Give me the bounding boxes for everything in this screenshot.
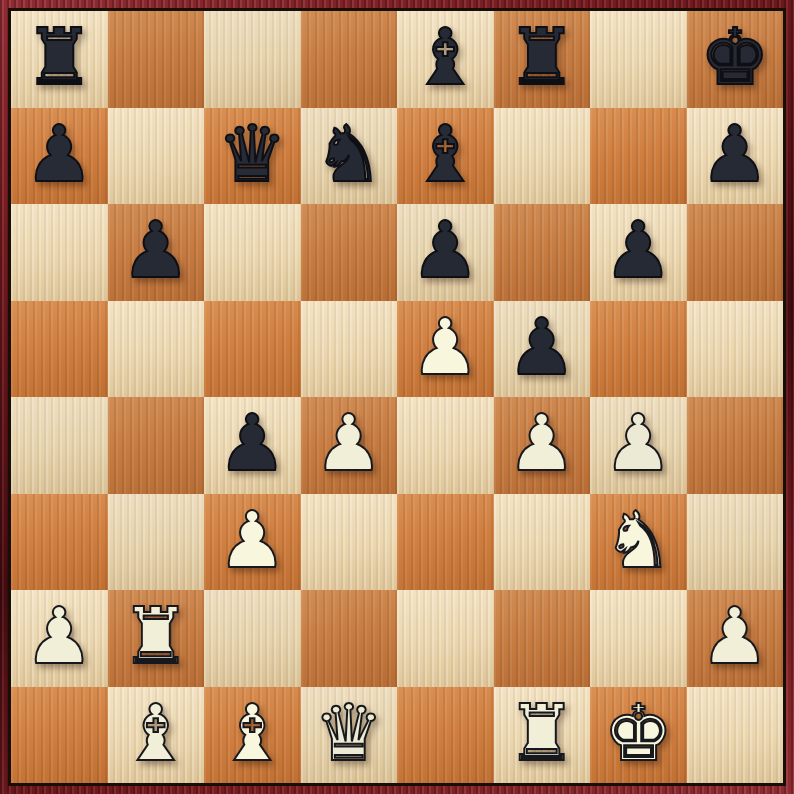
square-b4[interactable]: [108, 397, 205, 494]
black-pawn[interactable]: ♟: [494, 301, 591, 398]
white-pawn[interactable]: ♟: [11, 590, 108, 687]
black-king[interactable]: ♚: [687, 11, 784, 108]
square-d7[interactable]: ♞: [301, 108, 398, 205]
square-h7[interactable]: ♟: [687, 108, 784, 205]
black-pawn[interactable]: ♟: [687, 108, 784, 205]
square-g6[interactable]: ♟: [590, 204, 687, 301]
square-a2[interactable]: ♟: [11, 590, 108, 687]
square-h1[interactable]: [687, 687, 784, 784]
square-h6[interactable]: [687, 204, 784, 301]
square-e1[interactable]: [397, 687, 494, 784]
black-rook[interactable]: ♜: [494, 11, 591, 108]
square-b7[interactable]: [108, 108, 205, 205]
square-f6[interactable]: [494, 204, 591, 301]
white-pawn[interactable]: ♟: [590, 397, 687, 494]
square-c7[interactable]: ♛: [204, 108, 301, 205]
square-g4[interactable]: ♟: [590, 397, 687, 494]
square-e3[interactable]: [397, 494, 494, 591]
square-f1[interactable]: ♜: [494, 687, 591, 784]
square-c3[interactable]: ♟: [204, 494, 301, 591]
black-queen[interactable]: ♛: [204, 108, 301, 205]
white-king[interactable]: ♚: [590, 687, 687, 784]
square-b6[interactable]: ♟: [108, 204, 205, 301]
square-a8[interactable]: ♜: [11, 11, 108, 108]
square-a1[interactable]: [11, 687, 108, 784]
square-c2[interactable]: [204, 590, 301, 687]
square-c8[interactable]: [204, 11, 301, 108]
white-bishop[interactable]: ♝: [204, 687, 301, 784]
square-c5[interactable]: [204, 301, 301, 398]
square-g5[interactable]: [590, 301, 687, 398]
black-pawn[interactable]: ♟: [590, 204, 687, 301]
square-a5[interactable]: [11, 301, 108, 398]
black-pawn[interactable]: ♟: [11, 108, 108, 205]
square-b2[interactable]: ♜: [108, 590, 205, 687]
black-pawn[interactable]: ♟: [397, 204, 494, 301]
square-h5[interactable]: [687, 301, 784, 398]
square-f4[interactable]: ♟: [494, 397, 591, 494]
square-d8[interactable]: [301, 11, 398, 108]
square-h3[interactable]: [687, 494, 784, 591]
square-a4[interactable]: [11, 397, 108, 494]
black-knight[interactable]: ♞: [301, 108, 398, 205]
square-e4[interactable]: [397, 397, 494, 494]
square-d5[interactable]: [301, 301, 398, 398]
white-pawn[interactable]: ♟: [397, 301, 494, 398]
white-bishop[interactable]: ♝: [108, 687, 205, 784]
square-e8[interactable]: ♝: [397, 11, 494, 108]
square-g7[interactable]: [590, 108, 687, 205]
square-e2[interactable]: [397, 590, 494, 687]
square-b8[interactable]: [108, 11, 205, 108]
square-d1[interactable]: ♛: [301, 687, 398, 784]
square-g8[interactable]: [590, 11, 687, 108]
square-b5[interactable]: [108, 301, 205, 398]
white-pawn[interactable]: ♟: [301, 397, 398, 494]
square-c4[interactable]: ♟: [204, 397, 301, 494]
white-pawn[interactable]: ♟: [494, 397, 591, 494]
white-pawn[interactable]: ♟: [687, 590, 784, 687]
square-c6[interactable]: [204, 204, 301, 301]
square-b3[interactable]: [108, 494, 205, 591]
black-bishop[interactable]: ♝: [397, 108, 494, 205]
square-d2[interactable]: [301, 590, 398, 687]
white-rook[interactable]: ♜: [494, 687, 591, 784]
square-a6[interactable]: [11, 204, 108, 301]
square-f5[interactable]: ♟: [494, 301, 591, 398]
square-h4[interactable]: [687, 397, 784, 494]
square-g3[interactable]: ♞: [590, 494, 687, 591]
square-h8[interactable]: ♚: [687, 11, 784, 108]
black-bishop[interactable]: ♝: [397, 11, 494, 108]
square-g1[interactable]: ♚: [590, 687, 687, 784]
white-pawn[interactable]: ♟: [204, 494, 301, 591]
black-pawn[interactable]: ♟: [108, 204, 205, 301]
square-e6[interactable]: ♟: [397, 204, 494, 301]
square-b1[interactable]: ♝: [108, 687, 205, 784]
square-a3[interactable]: [11, 494, 108, 591]
white-queen[interactable]: ♛: [301, 687, 398, 784]
square-e7[interactable]: ♝: [397, 108, 494, 205]
square-c1[interactable]: ♝: [204, 687, 301, 784]
square-f7[interactable]: [494, 108, 591, 205]
square-f3[interactable]: [494, 494, 591, 591]
square-f8[interactable]: ♜: [494, 11, 591, 108]
square-d3[interactable]: [301, 494, 398, 591]
chess-board: ♜♝♜♚♟♛♞♝♟♟♟♟♟♟♟♟♟♟♟♞♟♜♟♝♝♛♜♚: [8, 8, 786, 786]
black-rook[interactable]: ♜: [11, 11, 108, 108]
square-d4[interactable]: ♟: [301, 397, 398, 494]
square-d6[interactable]: [301, 204, 398, 301]
square-e5[interactable]: ♟: [397, 301, 494, 398]
square-a7[interactable]: ♟: [11, 108, 108, 205]
square-g2[interactable]: [590, 590, 687, 687]
white-knight[interactable]: ♞: [590, 494, 687, 591]
white-rook[interactable]: ♜: [108, 590, 205, 687]
square-f2[interactable]: [494, 590, 591, 687]
board-frame: ♜♝♜♚♟♛♞♝♟♟♟♟♟♟♟♟♟♟♟♞♟♜♟♝♝♛♜♚: [0, 0, 794, 794]
square-h2[interactable]: ♟: [687, 590, 784, 687]
black-pawn[interactable]: ♟: [204, 397, 301, 494]
